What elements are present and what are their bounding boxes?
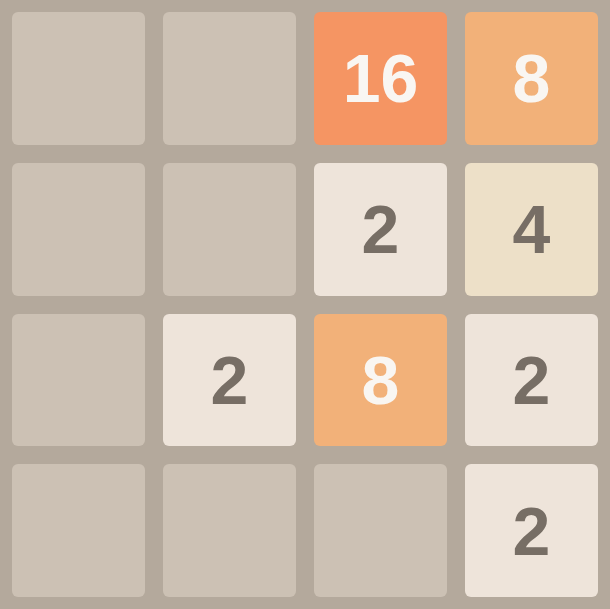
empty-cell-r2c2 [163, 163, 296, 296]
tile-2-r4c4: 2 [465, 464, 598, 597]
tile-8-r3c3: 8 [314, 314, 447, 447]
empty-cell-r2c1 [12, 163, 145, 296]
empty-cell-r4c3 [314, 464, 447, 597]
tile-2-r3c4: 2 [465, 314, 598, 447]
board-2048[interactable]: 168242822 [0, 0, 610, 609]
empty-cell-r1c1 [12, 12, 145, 145]
tile-16-r1c3: 16 [314, 12, 447, 145]
tile-8-r1c4: 8 [465, 12, 598, 145]
tile-2-r2c3: 2 [314, 163, 447, 296]
game-2048-screen: 168242822 [0, 0, 610, 609]
empty-cell-r4c1 [12, 464, 145, 597]
tile-2-r3c2: 2 [163, 314, 296, 447]
tile-4-r2c4: 4 [465, 163, 598, 296]
empty-cell-r3c1 [12, 314, 145, 447]
empty-cell-r1c2 [163, 12, 296, 145]
empty-cell-r4c2 [163, 464, 296, 597]
